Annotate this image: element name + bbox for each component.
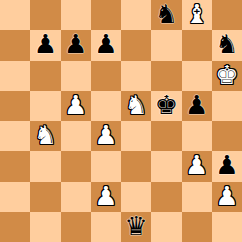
square-e7[interactable] [121,30,151,60]
square-e8[interactable] [121,0,151,30]
white-knight[interactable]: ♞ [124,92,147,118]
square-g5[interactable]: ♟ [182,91,212,121]
square-c2[interactable] [61,182,91,212]
square-d1[interactable] [91,212,121,242]
square-e5[interactable]: ♞ [121,91,151,121]
square-f8[interactable]: ♞ [151,0,181,30]
black-knight[interactable]: ♞ [215,31,238,57]
square-e3[interactable] [121,151,151,181]
square-a5[interactable] [0,91,30,121]
square-d3[interactable] [91,151,121,181]
square-b2[interactable] [30,182,60,212]
square-f1[interactable] [151,212,181,242]
black-king[interactable]: ♚ [155,92,178,118]
black-pawn[interactable]: ♟ [64,31,87,57]
square-b6[interactable] [30,61,60,91]
square-c7[interactable]: ♟ [61,30,91,60]
square-a1[interactable] [0,212,30,242]
square-h8[interactable] [212,0,242,30]
black-knight[interactable]: ♞ [155,1,178,27]
square-a2[interactable] [0,182,30,212]
square-b1[interactable] [30,212,60,242]
black-pawn[interactable]: ♟ [185,92,208,118]
white-pawn[interactable]: ♟ [215,183,238,209]
white-king[interactable]: ♚ [215,62,238,88]
square-g8[interactable]: ♝ [182,0,212,30]
square-c8[interactable] [61,0,91,30]
square-a3[interactable] [0,151,30,181]
square-h1[interactable] [212,212,242,242]
square-d7[interactable]: ♟ [91,30,121,60]
white-pawn[interactable]: ♟ [94,122,117,148]
square-b8[interactable] [30,0,60,30]
square-f4[interactable] [151,121,181,151]
square-h5[interactable] [212,91,242,121]
square-d6[interactable] [91,61,121,91]
square-a6[interactable] [0,61,30,91]
square-h2[interactable]: ♟ [212,182,242,212]
white-knight[interactable]: ♞ [34,122,57,148]
square-g1[interactable] [182,212,212,242]
square-g3[interactable]: ♟ [182,151,212,181]
square-e6[interactable] [121,61,151,91]
white-pawn[interactable]: ♟ [94,183,117,209]
square-b4[interactable]: ♞ [30,121,60,151]
square-f5[interactable]: ♚ [151,91,181,121]
white-pawn[interactable]: ♟ [64,92,87,118]
square-d8[interactable] [91,0,121,30]
square-g6[interactable] [182,61,212,91]
square-f2[interactable] [151,182,181,212]
square-c1[interactable] [61,212,91,242]
square-f6[interactable] [151,61,181,91]
square-b5[interactable] [30,91,60,121]
square-h4[interactable] [212,121,242,151]
square-f3[interactable] [151,151,181,181]
square-g4[interactable] [182,121,212,151]
square-a8[interactable] [0,0,30,30]
black-pawn[interactable]: ♟ [34,31,57,57]
square-g2[interactable] [182,182,212,212]
square-h6[interactable]: ♚ [212,61,242,91]
square-d4[interactable]: ♟ [91,121,121,151]
square-h3[interactable]: ♟ [212,151,242,181]
square-e4[interactable] [121,121,151,151]
square-d5[interactable] [91,91,121,121]
square-a4[interactable] [0,121,30,151]
square-h7[interactable]: ♞ [212,30,242,60]
square-c5[interactable]: ♟ [61,91,91,121]
white-bishop[interactable]: ♝ [185,1,208,27]
square-c3[interactable] [61,151,91,181]
white-pawn[interactable]: ♟ [185,152,208,178]
square-f7[interactable] [151,30,181,60]
square-b3[interactable] [30,151,60,181]
square-c6[interactable] [61,61,91,91]
square-e1[interactable]: ♛ [121,212,151,242]
black-pawn[interactable]: ♟ [215,152,238,178]
square-a7[interactable] [0,30,30,60]
square-b7[interactable]: ♟ [30,30,60,60]
square-c4[interactable] [61,121,91,151]
square-d2[interactable]: ♟ [91,182,121,212]
black-queen[interactable]: ♛ [124,213,147,239]
black-pawn[interactable]: ♟ [94,31,117,57]
square-e2[interactable] [121,182,151,212]
chess-board: ♞♝♟♟♟♞♚♟♞♚♟♞♟♟♟♟♟♛ [0,0,242,242]
square-g7[interactable] [182,30,212,60]
